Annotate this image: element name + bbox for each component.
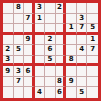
cell-r2c5[interactable] [45,14,56,25]
cell-r9c6: 6 [56,87,67,98]
cell-r5c9: 7 [87,45,98,56]
cell-r3c8: 7 [77,24,88,35]
cell-r7c5[interactable] [45,66,56,77]
cell-r1c2: 8 [14,3,25,14]
cell-r9c8: 5 [77,87,88,98]
cell-r1c9[interactable] [87,3,98,14]
cell-r1c8[interactable] [77,3,88,14]
cell-r9c1[interactable] [3,87,14,98]
cell-r2c3: 7 [24,14,35,25]
cell-r8c3[interactable] [24,77,35,88]
cell-r7c8[interactable] [77,66,88,77]
cell-r4c4[interactable] [35,35,46,46]
cell-r8c9[interactable] [87,77,98,88]
cell-r6c6[interactable] [56,56,67,67]
cell-r2c4: 1 [35,14,46,25]
cell-r6c4[interactable] [35,56,46,67]
cell-r4c7[interactable] [66,35,77,46]
cell-r5c8: 4 [77,45,88,56]
cell-r2c1[interactable] [3,14,14,25]
sudoku-board: 83271317592125647358936789465 [0,0,101,101]
cell-r4c9: 1 [87,35,98,46]
cell-r1c3[interactable] [24,3,35,14]
cell-r2c6[interactable] [56,14,67,25]
cell-r6c2[interactable] [14,56,25,67]
cell-r1c5[interactable] [45,3,56,14]
cell-r7c2: 3 [14,66,25,77]
cell-r8c4[interactable] [35,77,46,88]
cell-r3c7: 1 [66,24,77,35]
cell-r3c4[interactable] [35,24,46,35]
cell-r4c8[interactable] [77,35,88,46]
cell-r3c5[interactable] [45,24,56,35]
cell-r6c3[interactable] [24,56,35,67]
cell-r9c5[interactable] [45,87,56,98]
cell-r7c6[interactable] [56,66,67,77]
cell-r5c6[interactable] [56,45,67,56]
cell-r8c7: 9 [66,77,77,88]
cell-r3c1[interactable] [3,24,14,35]
cell-r8c8[interactable] [77,77,88,88]
cell-r9c7[interactable] [66,87,77,98]
cell-r7c1: 9 [3,66,14,77]
cell-r3c3[interactable] [24,24,35,35]
cell-r4c3: 9 [24,35,35,46]
cell-r1c7[interactable] [66,3,77,14]
cell-r8c5[interactable] [45,77,56,88]
cell-r7c7[interactable] [66,66,77,77]
cell-r6c1: 3 [3,56,14,67]
cell-r3c9: 5 [87,24,98,35]
cell-r1c6: 2 [56,3,67,14]
cell-r5c2: 5 [14,45,25,56]
cell-r4c1[interactable] [3,35,14,46]
cell-r8c2: 7 [14,77,25,88]
cell-r8c6: 8 [56,77,67,88]
cell-r9c9[interactable] [87,87,98,98]
cell-r4c6[interactable] [56,35,67,46]
cell-r6c8[interactable] [77,56,88,67]
cell-r1c1[interactable] [3,3,14,14]
cell-r8c1[interactable] [3,77,14,88]
cell-r6c5: 5 [45,56,56,67]
cell-r7c4[interactable] [35,66,46,77]
cell-r6c7: 8 [66,56,77,67]
cell-r2c2[interactable] [14,14,25,25]
cell-r3c6[interactable] [56,24,67,35]
cell-r9c3[interactable] [24,87,35,98]
cell-r5c4[interactable] [35,45,46,56]
cell-r7c3: 6 [24,66,35,77]
cell-r6c9[interactable] [87,56,98,67]
cell-r4c2[interactable] [14,35,25,46]
cell-r1c4: 3 [35,3,46,14]
cell-r4c5: 2 [45,35,56,46]
cell-r9c2[interactable] [14,87,25,98]
cell-r3c2[interactable] [14,24,25,35]
cell-r7c9[interactable] [87,66,98,77]
cell-r9c4: 4 [35,87,46,98]
cell-r5c3[interactable] [24,45,35,56]
